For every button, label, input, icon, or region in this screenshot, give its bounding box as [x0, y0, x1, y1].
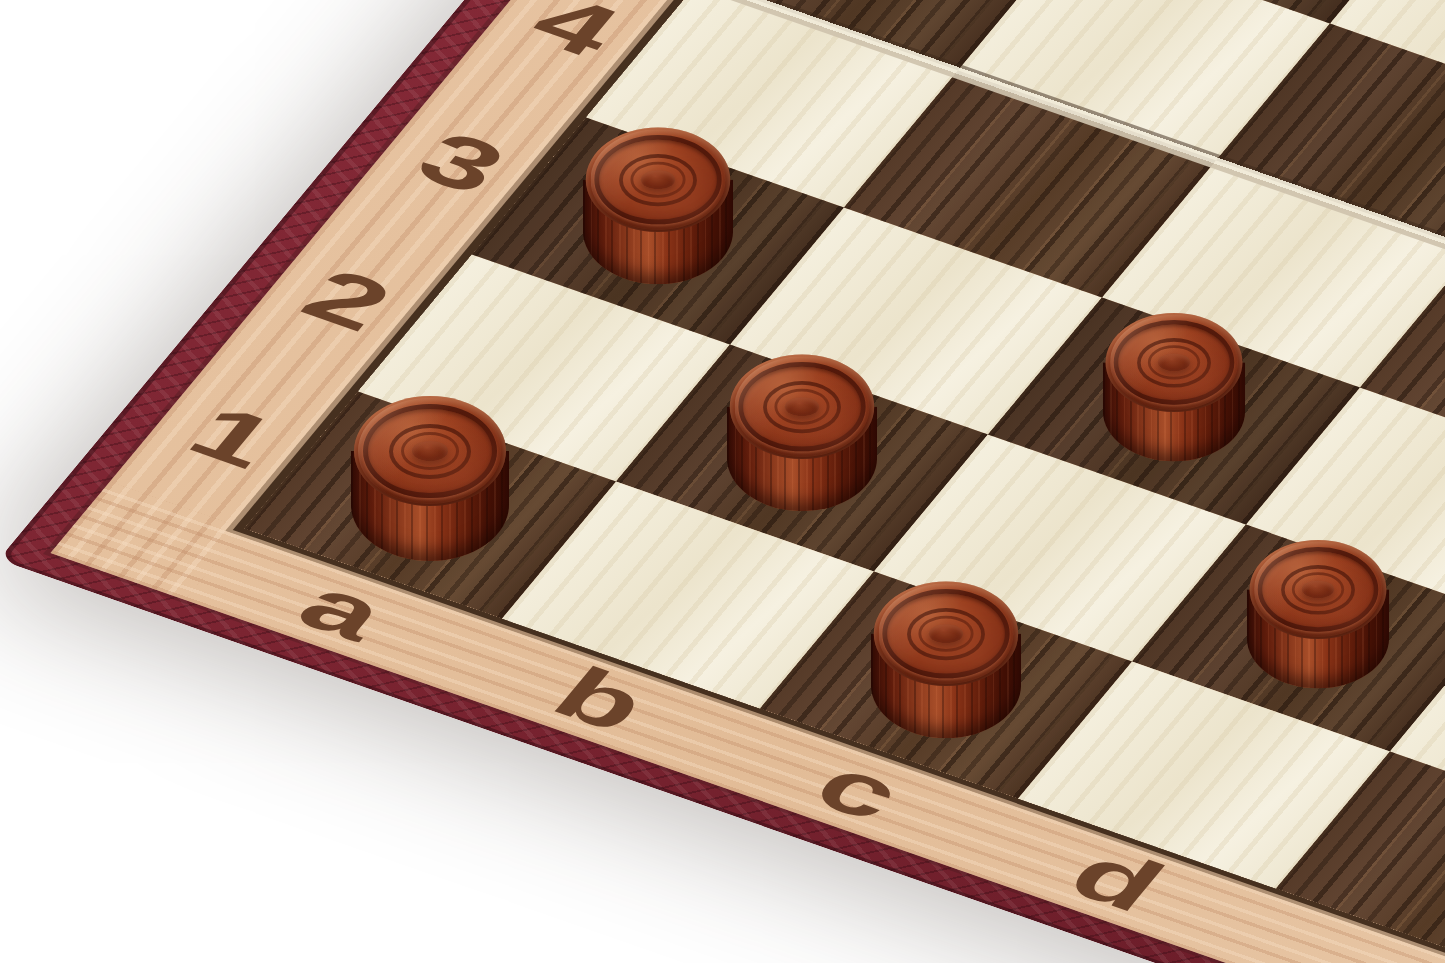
- checker-top-face: [1106, 313, 1243, 412]
- checker-top-face: [586, 127, 730, 232]
- checker-center-dome: [412, 441, 449, 461]
- checker-d2[interactable]: [1247, 540, 1389, 689]
- checker-center-dome: [641, 170, 676, 189]
- checker-center-dome: [1302, 581, 1335, 599]
- checker-center-dome: [785, 397, 820, 416]
- checker-center-dome: [1158, 354, 1191, 372]
- photo-scene: 4321abcd: [0, 0, 1445, 963]
- checker-a1[interactable]: [351, 396, 509, 562]
- checker-b2[interactable]: [727, 354, 877, 512]
- checker-top-face: [730, 354, 874, 459]
- checker-a3[interactable]: [583, 127, 733, 285]
- checker-top-face: [1250, 540, 1387, 639]
- checker-top-face: [874, 581, 1018, 686]
- checker-c1[interactable]: [871, 581, 1021, 739]
- checker-center-dome: [929, 624, 964, 643]
- checker-c3[interactable]: [1103, 313, 1245, 462]
- pieces-layer: [0, 0, 1445, 963]
- checker-top-face: [354, 396, 506, 506]
